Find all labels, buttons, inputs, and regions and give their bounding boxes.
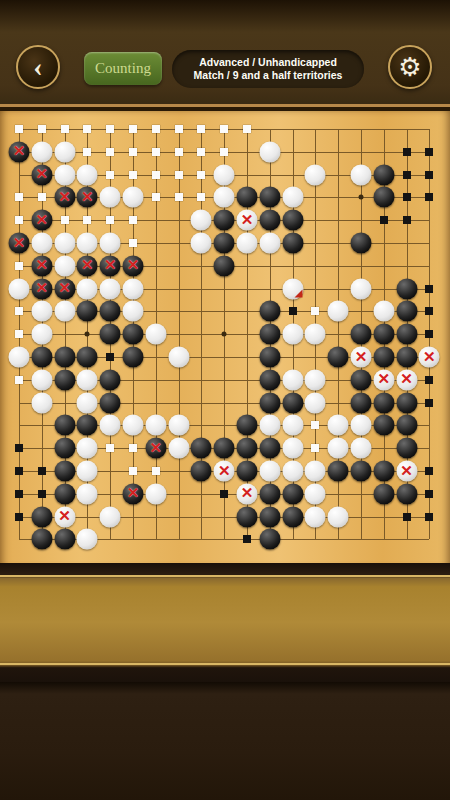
white-stone xyxy=(54,233,75,254)
black-stone xyxy=(259,506,280,527)
black-stone xyxy=(259,324,280,345)
white-stone xyxy=(282,415,303,436)
black-stone xyxy=(259,392,280,413)
black-stone xyxy=(237,506,258,527)
black-stone xyxy=(282,483,303,504)
white-territory-marker xyxy=(175,193,183,201)
bottom-bar: White won by 32.5 territory(ies). 20 Gol… xyxy=(0,682,450,800)
white-territory-marker xyxy=(61,125,69,133)
black-stone xyxy=(351,369,372,390)
black-stone xyxy=(237,461,258,482)
black-territory-marker xyxy=(15,513,23,521)
white-territory-marker xyxy=(38,193,46,201)
dead-stone-x-mark: ✕ xyxy=(36,256,49,274)
white-territory-marker xyxy=(15,216,23,224)
white-territory-marker xyxy=(106,444,114,452)
black-stone xyxy=(77,347,98,368)
dead-stone-x-mark: ✕ xyxy=(355,348,368,366)
black-stone xyxy=(31,347,52,368)
dead-stone-x-mark: ✕ xyxy=(241,484,254,502)
white-territory-marker xyxy=(15,330,23,338)
black-stone xyxy=(328,461,349,482)
white-stone xyxy=(351,164,372,185)
black-stone: ✕ xyxy=(31,278,52,299)
black-territory-marker xyxy=(425,330,433,338)
black-territory-marker xyxy=(425,148,433,156)
black-stone xyxy=(259,210,280,231)
white-territory-marker xyxy=(38,125,46,133)
black-stone xyxy=(396,438,417,459)
black-stone xyxy=(214,233,235,254)
white-stone xyxy=(31,324,52,345)
dead-stone-x-mark: ✕ xyxy=(36,279,49,297)
white-stone xyxy=(305,164,326,185)
white-stone: ✕ xyxy=(54,506,75,527)
black-stone xyxy=(259,438,280,459)
white-stone xyxy=(77,529,98,550)
black-stone xyxy=(328,347,349,368)
white-stone xyxy=(282,278,303,299)
white-stone: ✕ xyxy=(396,369,417,390)
white-stone xyxy=(100,187,121,208)
white-stone: ✕ xyxy=(237,210,258,231)
white-territory-marker xyxy=(311,307,319,315)
dead-stone-x-mark: ✕ xyxy=(36,165,49,183)
black-stone: ✕ xyxy=(77,187,98,208)
red-triangle-marker xyxy=(294,289,302,297)
white-stone xyxy=(100,278,121,299)
white-territory-marker xyxy=(106,171,114,179)
white-stone xyxy=(77,233,98,254)
black-territory-marker xyxy=(425,490,433,498)
white-territory-marker xyxy=(175,148,183,156)
dead-stone-x-mark: ✕ xyxy=(13,142,26,160)
black-stone xyxy=(259,483,280,504)
black-territory-marker xyxy=(15,444,23,452)
black-stone xyxy=(259,347,280,368)
white-stone xyxy=(100,415,121,436)
black-stone xyxy=(31,529,52,550)
black-stone xyxy=(214,438,235,459)
black-stone xyxy=(282,233,303,254)
gold-divider-top xyxy=(0,575,450,577)
black-territory-marker xyxy=(403,193,411,201)
black-stone xyxy=(191,438,212,459)
black-territory-marker xyxy=(106,353,114,361)
black-territory-marker xyxy=(403,216,411,224)
white-stone xyxy=(31,233,52,254)
white-stone xyxy=(145,324,166,345)
black-territory-marker xyxy=(425,376,433,384)
white-stone xyxy=(100,506,121,527)
white-stone: ✕ xyxy=(214,461,235,482)
white-stone xyxy=(259,415,280,436)
black-territory-marker xyxy=(38,490,46,498)
black-stone: ✕ xyxy=(31,164,52,185)
match-info-line1: Advanced / Unhandicapped xyxy=(172,56,364,69)
white-stone xyxy=(9,347,30,368)
white-territory-marker xyxy=(152,171,160,179)
black-stone: ✕ xyxy=(31,255,52,276)
dead-stone-x-mark: ✕ xyxy=(58,279,71,297)
dead-stone-x-mark: ✕ xyxy=(400,462,413,480)
black-stone: ✕ xyxy=(145,438,166,459)
gold-divider-bottom xyxy=(0,663,450,665)
white-stone xyxy=(168,438,189,459)
black-stone xyxy=(396,278,417,299)
black-stone xyxy=(396,324,417,345)
white-stone xyxy=(259,461,280,482)
dead-stone-x-mark: ✕ xyxy=(218,462,231,480)
dead-stone-x-mark: ✕ xyxy=(127,484,140,502)
black-stone: ✕ xyxy=(100,255,121,276)
black-stone xyxy=(373,483,394,504)
black-stone xyxy=(214,255,235,276)
star-point xyxy=(85,332,90,337)
white-stone xyxy=(54,301,75,322)
black-territory-marker xyxy=(403,148,411,156)
black-stone xyxy=(237,415,258,436)
black-stone xyxy=(54,438,75,459)
mode-badge: Counting xyxy=(84,52,162,85)
black-stone xyxy=(373,347,394,368)
white-stone xyxy=(77,278,98,299)
black-stone xyxy=(351,461,372,482)
black-stone: ✕ xyxy=(9,233,30,254)
white-stone xyxy=(123,415,144,436)
black-territory-marker xyxy=(425,307,433,315)
white-stone xyxy=(328,438,349,459)
black-stone: ✕ xyxy=(54,187,75,208)
black-stone xyxy=(214,210,235,231)
black-stone xyxy=(100,392,121,413)
black-stone: ✕ xyxy=(31,210,52,231)
white-stone xyxy=(145,483,166,504)
white-territory-marker xyxy=(129,171,137,179)
black-stone xyxy=(259,529,280,550)
grid-line-horizontal xyxy=(19,517,429,518)
white-stone xyxy=(351,438,372,459)
dead-stone-x-mark: ✕ xyxy=(241,211,254,229)
white-stone xyxy=(191,210,212,231)
white-stone: ✕ xyxy=(419,347,440,368)
dead-stone-x-mark: ✕ xyxy=(58,188,71,206)
white-stone xyxy=(214,187,235,208)
white-territory-marker xyxy=(61,216,69,224)
white-stone xyxy=(214,164,235,185)
black-stone xyxy=(100,324,121,345)
dead-stone-x-mark: ✕ xyxy=(150,439,163,457)
black-territory-marker xyxy=(289,307,297,315)
white-stone xyxy=(282,438,303,459)
black-stone xyxy=(259,187,280,208)
white-stone xyxy=(282,369,303,390)
white-stone xyxy=(31,392,52,413)
white-territory-marker xyxy=(106,125,114,133)
black-stone xyxy=(54,461,75,482)
white-stone xyxy=(168,415,189,436)
black-territory-marker xyxy=(425,399,433,407)
white-stone: ✕ xyxy=(351,347,372,368)
black-stone xyxy=(351,324,372,345)
white-territory-marker xyxy=(15,193,23,201)
black-territory-marker xyxy=(38,467,46,475)
white-stone xyxy=(351,278,372,299)
black-stone xyxy=(77,301,98,322)
white-territory-marker xyxy=(129,125,137,133)
white-stone xyxy=(305,483,326,504)
dead-stone-x-mark: ✕ xyxy=(58,507,71,525)
dead-stone-x-mark: ✕ xyxy=(36,211,49,229)
white-stone xyxy=(305,392,326,413)
black-territory-marker xyxy=(243,535,251,543)
white-territory-marker xyxy=(15,307,23,315)
top-bar: ‹ Counting Advanced / Unhandicapped Matc… xyxy=(0,0,450,107)
white-stone xyxy=(282,187,303,208)
white-stone xyxy=(77,461,98,482)
white-stone xyxy=(259,141,280,162)
black-stone xyxy=(31,506,52,527)
white-territory-marker xyxy=(311,421,319,429)
white-stone xyxy=(100,233,121,254)
dead-stone-x-mark: ✕ xyxy=(127,256,140,274)
white-stone xyxy=(305,369,326,390)
white-stone xyxy=(259,233,280,254)
dead-stone-x-mark: ✕ xyxy=(81,188,94,206)
white-territory-marker xyxy=(15,125,23,133)
black-stone xyxy=(237,438,258,459)
white-territory-marker xyxy=(15,262,23,270)
black-stone xyxy=(351,233,372,254)
black-stone: ✕ xyxy=(54,278,75,299)
black-stone xyxy=(54,347,75,368)
white-territory-marker xyxy=(129,467,137,475)
white-territory-marker xyxy=(83,148,91,156)
back-chevron-icon: ‹ xyxy=(33,51,42,82)
settings-button[interactable]: ⚙ xyxy=(388,45,432,89)
white-stone xyxy=(123,187,144,208)
white-territory-marker xyxy=(197,193,205,201)
black-stone: ✕ xyxy=(77,255,98,276)
black-stone xyxy=(373,164,394,185)
black-stone xyxy=(54,369,75,390)
white-territory-marker xyxy=(83,125,91,133)
black-stone: ✕ xyxy=(123,483,144,504)
white-stone: ✕ xyxy=(373,369,394,390)
white-stone xyxy=(54,164,75,185)
white-stone xyxy=(31,141,52,162)
black-stone: ✕ xyxy=(123,255,144,276)
match-info: Advanced / Unhandicapped Match / 9 and a… xyxy=(172,50,364,88)
dead-stone-x-mark: ✕ xyxy=(378,370,391,388)
black-stone xyxy=(237,187,258,208)
star-point xyxy=(222,332,227,337)
black-territory-marker xyxy=(220,490,228,498)
white-stone xyxy=(31,369,52,390)
white-territory-marker xyxy=(129,239,137,247)
black-territory-marker xyxy=(15,467,23,475)
white-stone xyxy=(145,415,166,436)
black-stone xyxy=(373,187,394,208)
white-stone xyxy=(373,301,394,322)
white-stone: ✕ xyxy=(237,483,258,504)
match-info-line2: Match / 9 and a half territories xyxy=(172,69,364,82)
black-territory-marker xyxy=(425,513,433,521)
black-stone xyxy=(123,347,144,368)
dead-stone-x-mark: ✕ xyxy=(423,348,436,366)
white-stone xyxy=(54,255,75,276)
black-stone xyxy=(100,369,121,390)
go-board[interactable]: ✕✕✕✕✕✕✕✕✕✕✕✕✕✕✕✕✕✕✕✕✕✕✕ xyxy=(0,107,450,574)
black-stone xyxy=(259,369,280,390)
white-territory-marker xyxy=(152,193,160,201)
dead-stone-x-mark: ✕ xyxy=(104,256,117,274)
white-territory-marker xyxy=(311,444,319,452)
white-territory-marker xyxy=(220,148,228,156)
white-stone xyxy=(77,369,98,390)
white-territory-marker xyxy=(83,216,91,224)
white-territory-marker xyxy=(15,376,23,384)
black-territory-marker xyxy=(403,171,411,179)
white-territory-marker xyxy=(243,125,251,133)
white-stone xyxy=(305,324,326,345)
white-territory-marker xyxy=(197,125,205,133)
white-stone xyxy=(77,392,98,413)
black-stone xyxy=(100,301,121,322)
white-stone xyxy=(328,415,349,436)
white-stone xyxy=(123,278,144,299)
black-stone xyxy=(259,301,280,322)
white-stone xyxy=(31,301,52,322)
black-stone xyxy=(191,461,212,482)
white-territory-marker xyxy=(152,148,160,156)
white-stone xyxy=(305,461,326,482)
white-territory-marker xyxy=(129,216,137,224)
white-stone: ✕ xyxy=(396,461,417,482)
white-stone xyxy=(9,278,30,299)
white-territory-marker xyxy=(197,148,205,156)
white-stone xyxy=(54,141,75,162)
white-stone xyxy=(77,164,98,185)
white-territory-marker xyxy=(175,171,183,179)
black-stone: ✕ xyxy=(9,141,30,162)
black-stone xyxy=(282,210,303,231)
white-territory-marker xyxy=(220,125,228,133)
white-stone xyxy=(77,483,98,504)
white-territory-marker xyxy=(152,125,160,133)
white-territory-marker xyxy=(106,216,114,224)
black-territory-marker xyxy=(380,216,388,224)
dead-stone-x-mark: ✕ xyxy=(13,234,26,252)
white-territory-marker xyxy=(197,171,205,179)
white-stone xyxy=(191,233,212,254)
black-stone xyxy=(351,392,372,413)
black-stone xyxy=(373,415,394,436)
player-bar: Opponent 2 Place User 3 xyxy=(0,563,450,682)
black-stone xyxy=(282,392,303,413)
white-stone xyxy=(237,233,258,254)
black-stone xyxy=(123,324,144,345)
white-stone xyxy=(328,506,349,527)
white-territory-marker xyxy=(175,125,183,133)
black-stone xyxy=(396,415,417,436)
white-stone xyxy=(351,415,372,436)
black-stone xyxy=(54,483,75,504)
dead-stone-x-mark: ✕ xyxy=(400,370,413,388)
white-territory-marker xyxy=(129,444,137,452)
back-button[interactable]: ‹ xyxy=(16,45,60,89)
black-stone xyxy=(54,415,75,436)
black-stone xyxy=(396,301,417,322)
black-stone xyxy=(54,529,75,550)
star-point xyxy=(359,195,364,200)
white-stone xyxy=(305,506,326,527)
black-stone xyxy=(282,506,303,527)
white-stone xyxy=(168,347,189,368)
app-screen: ‹ Counting Advanced / Unhandicapped Matc… xyxy=(0,0,450,800)
black-territory-marker xyxy=(15,490,23,498)
black-stone xyxy=(396,347,417,368)
black-stone xyxy=(373,324,394,345)
gear-icon: ⚙ xyxy=(398,53,421,82)
white-stone xyxy=(328,301,349,322)
dead-stone-x-mark: ✕ xyxy=(81,256,94,274)
white-territory-marker xyxy=(152,467,160,475)
white-territory-marker xyxy=(129,148,137,156)
white-territory-marker xyxy=(106,148,114,156)
white-stone xyxy=(77,438,98,459)
black-territory-marker xyxy=(403,513,411,521)
black-territory-marker xyxy=(425,171,433,179)
black-territory-marker xyxy=(425,467,433,475)
black-stone xyxy=(373,392,394,413)
black-territory-marker xyxy=(425,193,433,201)
black-stone xyxy=(373,461,394,482)
white-stone xyxy=(123,301,144,322)
white-stone xyxy=(282,324,303,345)
white-stone xyxy=(282,461,303,482)
black-stone xyxy=(77,415,98,436)
black-stone xyxy=(396,483,417,504)
black-stone xyxy=(396,392,417,413)
black-territory-marker xyxy=(425,285,433,293)
